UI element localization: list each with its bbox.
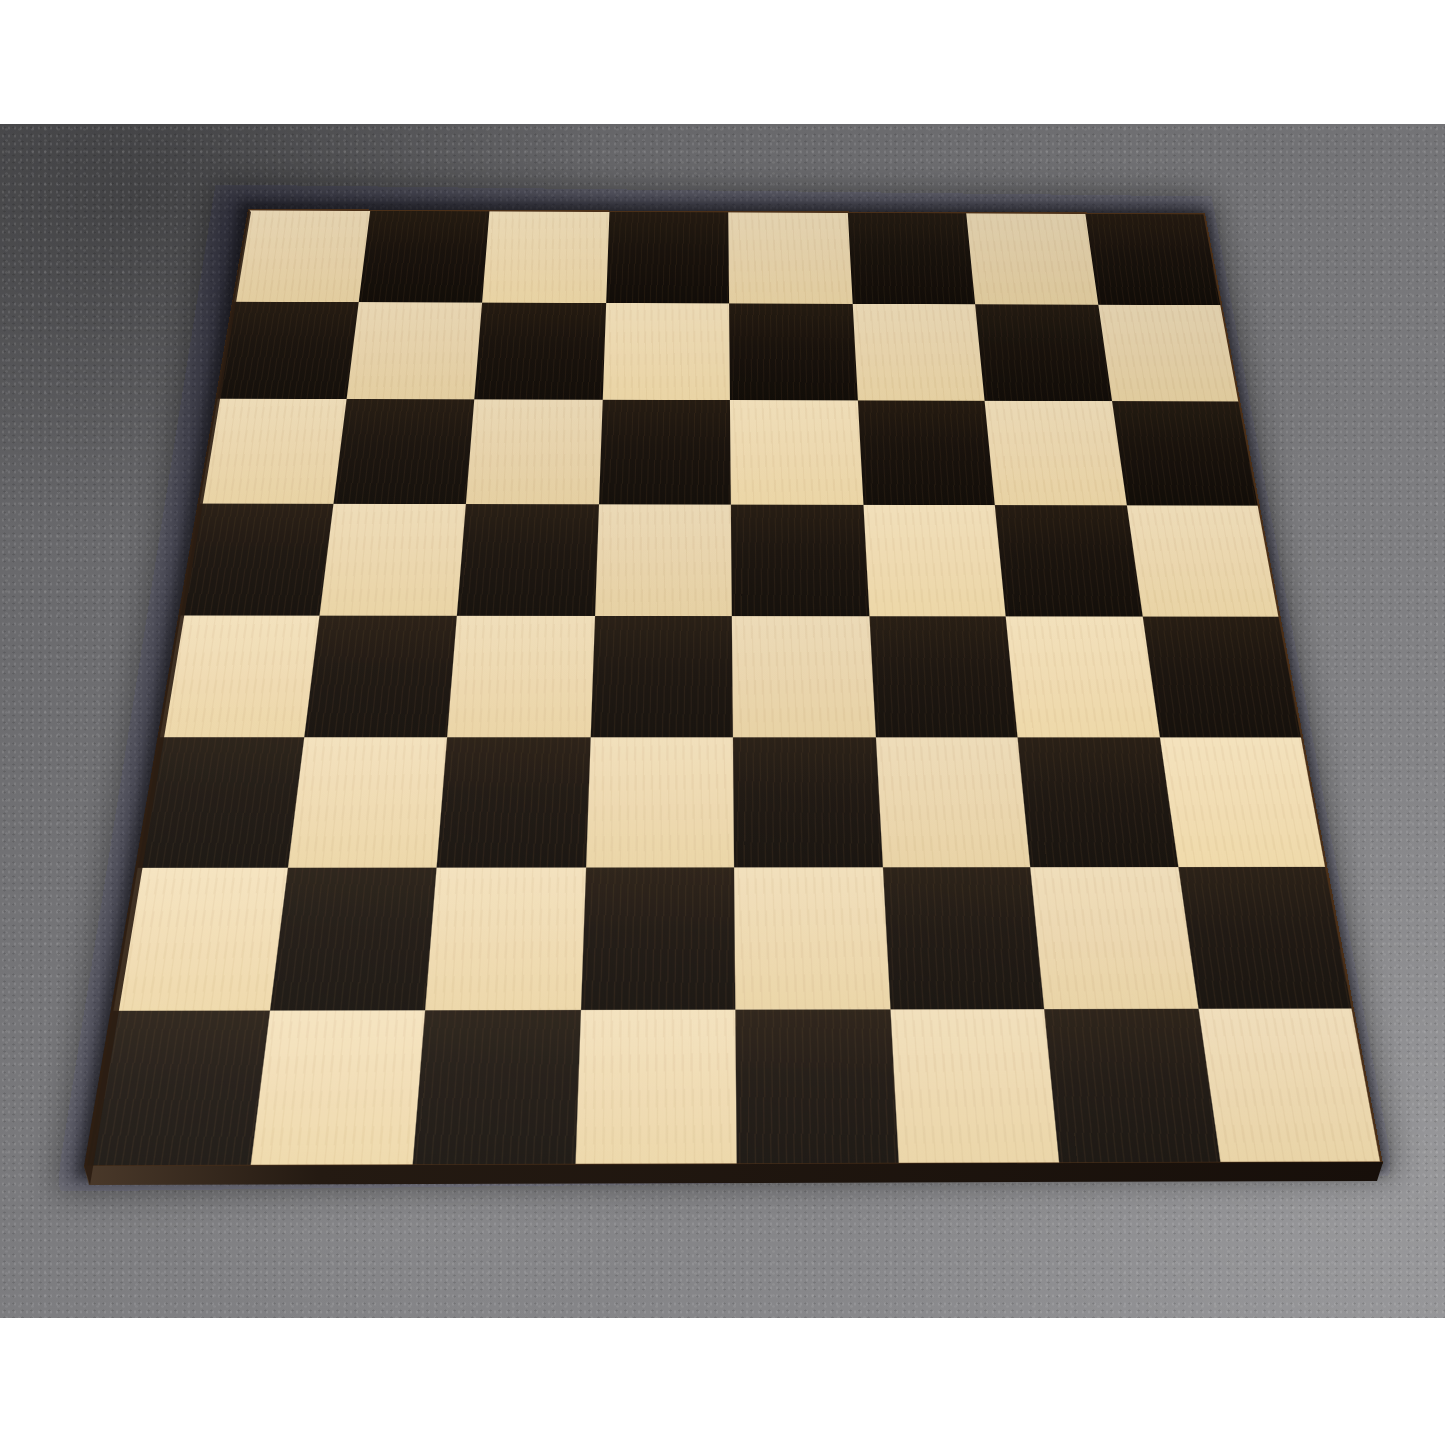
- white-margin-top: [0, 0, 1445, 124]
- white-margin-bottom: [0, 1318, 1445, 1445]
- board-left-side-face: [84, 209, 251, 1185]
- page: { "game": "chess", "position": { "fen": …: [0, 0, 1445, 1445]
- carpet-background: [0, 124, 1445, 1318]
- board-side-faces: [0, 124, 1445, 1318]
- board-bottom-side-face: [84, 1162, 1383, 1185]
